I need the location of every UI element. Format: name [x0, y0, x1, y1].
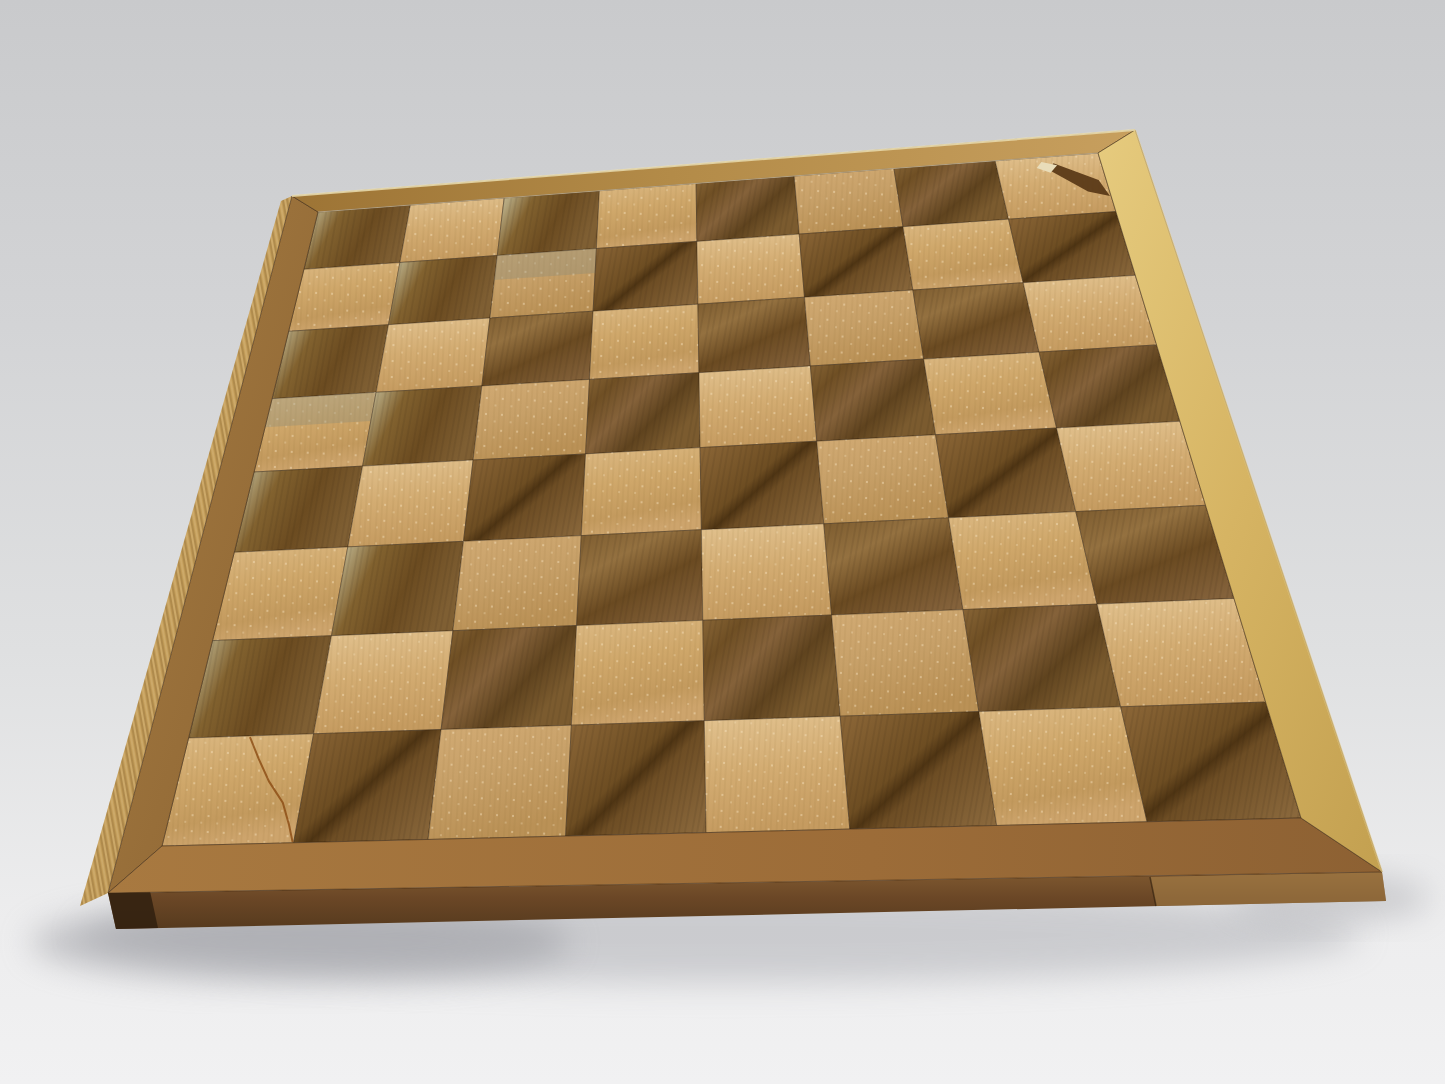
- square-r3c2[interactable]: [376, 318, 490, 392]
- square-r1c6[interactable]: [794, 168, 903, 234]
- square-r5c6[interactable]: [817, 435, 949, 524]
- square-r7c7[interactable]: [963, 604, 1121, 712]
- square-r6c4[interactable]: [577, 530, 703, 626]
- square-r5c3[interactable]: [464, 454, 586, 541]
- square-r2c5[interactable]: [697, 234, 805, 304]
- square-r4c8[interactable]: [1039, 345, 1180, 428]
- square-r6c2[interactable]: [332, 541, 464, 635]
- square-r5c4[interactable]: [581, 448, 701, 536]
- square-r1c3[interactable]: [497, 191, 599, 256]
- square-r6c1[interactable]: [213, 547, 348, 641]
- square-r2c2[interactable]: [389, 256, 498, 325]
- square-r6c5[interactable]: [701, 524, 831, 621]
- square-r4c6[interactable]: [810, 359, 935, 441]
- square-r7c4[interactable]: [571, 620, 704, 725]
- square-r5c2[interactable]: [348, 460, 473, 547]
- square-r6c7[interactable]: [949, 512, 1098, 610]
- square-r8c3[interactable]: [428, 725, 571, 839]
- square-r8c7[interactable]: [979, 707, 1147, 826]
- front-face-right-end: [1150, 872, 1386, 906]
- square-r4c4[interactable]: [586, 373, 701, 454]
- square-r2c7[interactable]: [903, 219, 1023, 290]
- square-r2c4[interactable]: [593, 241, 698, 311]
- square-r4c3[interactable]: [473, 379, 589, 460]
- square-r2c8[interactable]: [1009, 212, 1136, 283]
- square-r5c1[interactable]: [234, 466, 362, 552]
- square-r8c2[interactable]: [294, 730, 442, 843]
- square-r1c2[interactable]: [400, 198, 504, 263]
- square-r1c7[interactable]: [894, 161, 1009, 227]
- square-r4c7[interactable]: [924, 352, 1057, 435]
- square-r3c5[interactable]: [698, 297, 811, 373]
- square-r4c5[interactable]: [699, 366, 817, 448]
- square-r4c2[interactable]: [363, 386, 482, 466]
- square-r3c6[interactable]: [805, 290, 924, 366]
- front-face-left-notch: [108, 891, 158, 929]
- square-r8c4[interactable]: [566, 721, 707, 836]
- square-r2c1[interactable]: [289, 263, 400, 332]
- square-r3c1[interactable]: [272, 325, 388, 399]
- square-r5c7[interactable]: [936, 428, 1076, 518]
- square-r1c5[interactable]: [696, 176, 799, 241]
- square-r5c8[interactable]: [1057, 421, 1206, 511]
- square-r7c5[interactable]: [703, 615, 840, 721]
- square-r2c3[interactable]: [490, 249, 597, 319]
- square-r8c5[interactable]: [704, 716, 850, 832]
- square-r3c7[interactable]: [913, 283, 1039, 359]
- square-r1c4[interactable]: [596, 183, 697, 248]
- square-r8c6[interactable]: [840, 712, 997, 830]
- square-r7c3[interactable]: [441, 626, 576, 730]
- square-r3c4[interactable]: [590, 304, 700, 379]
- square-r2c6[interactable]: [799, 227, 913, 298]
- photo-background: [0, 0, 1445, 1084]
- square-r7c6[interactable]: [832, 610, 979, 717]
- square-r5c5[interactable]: [700, 441, 824, 530]
- square-r3c8[interactable]: [1023, 275, 1156, 352]
- square-r1c1[interactable]: [304, 205, 411, 269]
- square-r7c2[interactable]: [314, 631, 453, 734]
- square-r6c3[interactable]: [453, 536, 581, 631]
- square-r6c6[interactable]: [824, 518, 963, 615]
- square-r3c3[interactable]: [482, 311, 593, 386]
- square-r4c1[interactable]: [254, 392, 376, 472]
